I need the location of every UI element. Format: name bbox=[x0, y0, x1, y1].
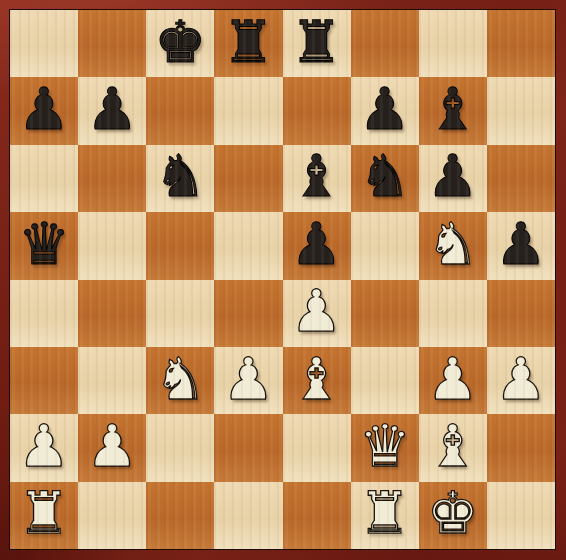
square-f6[interactable]: ♞ bbox=[351, 145, 419, 212]
square-a2[interactable]: ♟ bbox=[10, 414, 78, 481]
piece-black-rook[interactable]: ♜ bbox=[222, 13, 274, 71]
square-f4[interactable] bbox=[351, 280, 419, 347]
piece-white-bishop[interactable]: ♝ bbox=[427, 417, 479, 475]
piece-white-pawn[interactable]: ♟ bbox=[222, 350, 274, 408]
square-h8[interactable] bbox=[487, 10, 555, 77]
piece-white-king[interactable]: ♚ bbox=[427, 484, 479, 542]
square-a8[interactable] bbox=[10, 10, 78, 77]
square-h4[interactable] bbox=[487, 280, 555, 347]
square-g6[interactable]: ♟ bbox=[419, 145, 487, 212]
square-h1[interactable] bbox=[487, 482, 555, 549]
piece-black-knight[interactable]: ♞ bbox=[154, 147, 206, 205]
square-d5[interactable] bbox=[214, 212, 282, 279]
square-e1[interactable] bbox=[283, 482, 351, 549]
piece-black-knight[interactable]: ♞ bbox=[359, 147, 411, 205]
square-a1[interactable]: ♜ bbox=[10, 482, 78, 549]
piece-white-queen[interactable]: ♛ bbox=[359, 417, 411, 475]
square-d8[interactable]: ♜ bbox=[214, 10, 282, 77]
piece-black-pawn[interactable]: ♟ bbox=[18, 80, 70, 138]
square-g4[interactable] bbox=[419, 280, 487, 347]
piece-white-pawn[interactable]: ♟ bbox=[86, 417, 138, 475]
piece-black-pawn[interactable]: ♟ bbox=[359, 80, 411, 138]
square-a7[interactable]: ♟ bbox=[10, 77, 78, 144]
square-d2[interactable] bbox=[214, 414, 282, 481]
square-d6[interactable] bbox=[214, 145, 282, 212]
piece-black-pawn[interactable]: ♟ bbox=[86, 80, 138, 138]
square-h6[interactable] bbox=[487, 145, 555, 212]
square-b2[interactable]: ♟ bbox=[78, 414, 146, 481]
square-g5[interactable]: ♞ bbox=[419, 212, 487, 279]
square-c7[interactable] bbox=[146, 77, 214, 144]
square-b8[interactable] bbox=[78, 10, 146, 77]
square-b4[interactable] bbox=[78, 280, 146, 347]
piece-black-pawn[interactable]: ♟ bbox=[495, 215, 547, 273]
square-c4[interactable] bbox=[146, 280, 214, 347]
square-h2[interactable] bbox=[487, 414, 555, 481]
piece-black-pawn[interactable]: ♟ bbox=[427, 147, 479, 205]
square-d7[interactable] bbox=[214, 77, 282, 144]
chess-app: ♚♜♜♟♟♟♝♞♝♞♟♛♟♞♟♟♞♟♝♟♟♟♟♛♝♜♜♚ bbox=[0, 0, 566, 560]
square-c2[interactable] bbox=[146, 414, 214, 481]
square-e4[interactable]: ♟ bbox=[283, 280, 351, 347]
square-b3[interactable] bbox=[78, 347, 146, 414]
square-d4[interactable] bbox=[214, 280, 282, 347]
square-f1[interactable]: ♜ bbox=[351, 482, 419, 549]
square-c3[interactable]: ♞ bbox=[146, 347, 214, 414]
square-a6[interactable] bbox=[10, 145, 78, 212]
square-h5[interactable]: ♟ bbox=[487, 212, 555, 279]
square-a3[interactable] bbox=[10, 347, 78, 414]
square-g8[interactable] bbox=[419, 10, 487, 77]
square-f8[interactable] bbox=[351, 10, 419, 77]
chess-board: ♚♜♜♟♟♟♝♞♝♞♟♛♟♞♟♟♞♟♝♟♟♟♟♛♝♜♜♚ bbox=[9, 9, 556, 550]
square-e5[interactable]: ♟ bbox=[283, 212, 351, 279]
square-h7[interactable] bbox=[487, 77, 555, 144]
square-h3[interactable]: ♟ bbox=[487, 347, 555, 414]
piece-white-rook[interactable]: ♜ bbox=[18, 484, 70, 542]
square-b6[interactable] bbox=[78, 145, 146, 212]
piece-white-pawn[interactable]: ♟ bbox=[291, 282, 343, 340]
square-g7[interactable]: ♝ bbox=[419, 77, 487, 144]
square-e2[interactable] bbox=[283, 414, 351, 481]
square-g2[interactable]: ♝ bbox=[419, 414, 487, 481]
square-a5[interactable]: ♛ bbox=[10, 212, 78, 279]
square-a4[interactable] bbox=[10, 280, 78, 347]
piece-black-rook[interactable]: ♜ bbox=[291, 13, 343, 71]
square-b7[interactable]: ♟ bbox=[78, 77, 146, 144]
square-e6[interactable]: ♝ bbox=[283, 145, 351, 212]
piece-white-knight[interactable]: ♞ bbox=[427, 215, 479, 273]
square-f7[interactable]: ♟ bbox=[351, 77, 419, 144]
square-d1[interactable] bbox=[214, 482, 282, 549]
piece-black-bishop[interactable]: ♝ bbox=[427, 80, 479, 138]
piece-white-pawn[interactable]: ♟ bbox=[427, 350, 479, 408]
square-b5[interactable] bbox=[78, 212, 146, 279]
square-e3[interactable]: ♝ bbox=[283, 347, 351, 414]
square-d3[interactable]: ♟ bbox=[214, 347, 282, 414]
piece-black-queen[interactable]: ♛ bbox=[18, 215, 70, 273]
square-g1[interactable]: ♚ bbox=[419, 482, 487, 549]
piece-black-king[interactable]: ♚ bbox=[154, 13, 206, 71]
square-c1[interactable] bbox=[146, 482, 214, 549]
piece-white-bishop[interactable]: ♝ bbox=[291, 350, 343, 408]
square-e8[interactable]: ♜ bbox=[283, 10, 351, 77]
square-b1[interactable] bbox=[78, 482, 146, 549]
square-f3[interactable] bbox=[351, 347, 419, 414]
piece-white-rook[interactable]: ♜ bbox=[359, 484, 411, 542]
square-e7[interactable] bbox=[283, 77, 351, 144]
square-c5[interactable] bbox=[146, 212, 214, 279]
square-c8[interactable]: ♚ bbox=[146, 10, 214, 77]
square-f5[interactable] bbox=[351, 212, 419, 279]
piece-black-bishop[interactable]: ♝ bbox=[291, 147, 343, 205]
piece-white-pawn[interactable]: ♟ bbox=[18, 417, 70, 475]
piece-black-pawn[interactable]: ♟ bbox=[291, 215, 343, 273]
square-f2[interactable]: ♛ bbox=[351, 414, 419, 481]
square-c6[interactable]: ♞ bbox=[146, 145, 214, 212]
piece-white-knight[interactable]: ♞ bbox=[154, 350, 206, 408]
piece-white-pawn[interactable]: ♟ bbox=[495, 350, 547, 408]
square-g3[interactable]: ♟ bbox=[419, 347, 487, 414]
